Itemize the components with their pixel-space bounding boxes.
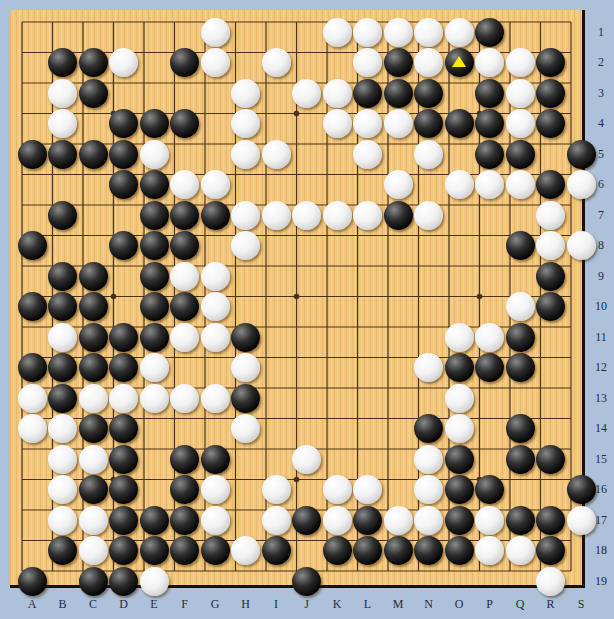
intersection-H13[interactable] [230, 383, 261, 414]
intersection-D4[interactable] [108, 108, 139, 139]
intersection-K2[interactable] [322, 47, 353, 78]
intersection-H2[interactable] [230, 47, 261, 78]
intersection-O5[interactable] [444, 139, 475, 170]
intersection-F1[interactable] [169, 17, 200, 48]
intersection-C2[interactable] [78, 47, 109, 78]
intersection-N15[interactable] [413, 444, 444, 475]
intersection-H14[interactable] [230, 413, 261, 444]
intersection-F7[interactable] [169, 200, 200, 231]
intersection-H11[interactable] [230, 322, 261, 353]
intersection-J4[interactable] [291, 108, 322, 139]
intersection-J11[interactable] [291, 322, 322, 353]
intersection-L14[interactable] [352, 413, 383, 444]
intersection-R11[interactable] [535, 322, 566, 353]
intersection-C6[interactable] [78, 169, 109, 200]
intersection-A15[interactable] [17, 444, 48, 475]
intersection-G17[interactable] [200, 505, 231, 536]
intersection-J13[interactable] [291, 383, 322, 414]
intersection-R3[interactable] [535, 78, 566, 109]
intersection-A5[interactable] [17, 139, 48, 170]
intersection-E3[interactable] [139, 78, 170, 109]
intersection-B3[interactable] [47, 78, 78, 109]
intersection-M3[interactable] [383, 78, 414, 109]
intersection-R14[interactable] [535, 413, 566, 444]
intersection-H4[interactable] [230, 108, 261, 139]
intersection-O6[interactable] [444, 169, 475, 200]
intersection-H18[interactable] [230, 535, 261, 566]
intersection-I12[interactable] [261, 352, 292, 383]
intersection-M12[interactable] [383, 352, 414, 383]
intersection-J2[interactable] [291, 47, 322, 78]
intersection-A7[interactable] [17, 200, 48, 231]
intersection-P2[interactable] [474, 47, 505, 78]
intersection-L16[interactable] [352, 474, 383, 505]
intersection-D1[interactable] [108, 17, 139, 48]
intersection-F18[interactable] [169, 535, 200, 566]
intersection-L6[interactable] [352, 169, 383, 200]
intersection-N16[interactable] [413, 474, 444, 505]
intersection-M10[interactable] [383, 291, 414, 322]
intersection-M15[interactable] [383, 444, 414, 475]
intersection-N3[interactable] [413, 78, 444, 109]
intersection-K8[interactable] [322, 230, 353, 261]
intersection-C12[interactable] [78, 352, 109, 383]
intersection-R1[interactable] [535, 17, 566, 48]
intersection-L13[interactable] [352, 383, 383, 414]
intersection-G7[interactable] [200, 200, 231, 231]
intersection-I18[interactable] [261, 535, 292, 566]
intersection-M9[interactable] [383, 261, 414, 292]
intersection-K12[interactable] [322, 352, 353, 383]
intersection-Q12[interactable] [505, 352, 536, 383]
intersection-F5[interactable] [169, 139, 200, 170]
intersection-M16[interactable] [383, 474, 414, 505]
intersection-L9[interactable] [352, 261, 383, 292]
intersection-D8[interactable] [108, 230, 139, 261]
intersection-B13[interactable] [47, 383, 78, 414]
intersection-A10[interactable] [17, 291, 48, 322]
intersection-L10[interactable] [352, 291, 383, 322]
intersection-R17[interactable] [535, 505, 566, 536]
intersection-F10[interactable] [169, 291, 200, 322]
intersection-R8[interactable] [535, 230, 566, 261]
intersection-E13[interactable] [139, 383, 170, 414]
intersection-L11[interactable] [352, 322, 383, 353]
intersection-H7[interactable] [230, 200, 261, 231]
intersection-G14[interactable] [200, 413, 231, 444]
intersection-P16[interactable] [474, 474, 505, 505]
intersection-R10[interactable] [535, 291, 566, 322]
intersection-P1[interactable] [474, 17, 505, 48]
intersection-R4[interactable] [535, 108, 566, 139]
intersection-B10[interactable] [47, 291, 78, 322]
intersection-G13[interactable] [200, 383, 231, 414]
intersection-P18[interactable] [474, 535, 505, 566]
intersection-N6[interactable] [413, 169, 444, 200]
intersection-J17[interactable] [291, 505, 322, 536]
intersection-Q3[interactable] [505, 78, 536, 109]
intersection-J7[interactable] [291, 200, 322, 231]
intersection-G5[interactable] [200, 139, 231, 170]
intersection-F4[interactable] [169, 108, 200, 139]
intersection-A12[interactable] [17, 352, 48, 383]
intersection-P3[interactable] [474, 78, 505, 109]
intersection-F11[interactable] [169, 322, 200, 353]
intersection-H12[interactable] [230, 352, 261, 383]
intersection-D13[interactable] [108, 383, 139, 414]
intersection-A14[interactable] [17, 413, 48, 444]
intersection-A18[interactable] [17, 535, 48, 566]
intersection-J3[interactable] [291, 78, 322, 109]
intersection-J14[interactable] [291, 413, 322, 444]
intersection-F13[interactable] [169, 383, 200, 414]
intersection-B1[interactable] [47, 17, 78, 48]
intersection-P7[interactable] [474, 200, 505, 231]
intersection-K18[interactable] [322, 535, 353, 566]
intersection-H9[interactable] [230, 261, 261, 292]
intersection-O10[interactable] [444, 291, 475, 322]
intersection-N17[interactable] [413, 505, 444, 536]
intersection-L1[interactable] [352, 17, 383, 48]
intersection-I5[interactable] [261, 139, 292, 170]
intersection-D11[interactable] [108, 322, 139, 353]
intersection-H5[interactable] [230, 139, 261, 170]
intersection-I13[interactable] [261, 383, 292, 414]
intersection-B8[interactable] [47, 230, 78, 261]
intersection-B18[interactable] [47, 535, 78, 566]
intersection-E11[interactable] [139, 322, 170, 353]
intersection-P11[interactable] [474, 322, 505, 353]
intersection-A6[interactable] [17, 169, 48, 200]
intersection-L2[interactable] [352, 47, 383, 78]
intersection-F9[interactable] [169, 261, 200, 292]
intersection-J9[interactable] [291, 261, 322, 292]
intersection-O12[interactable] [444, 352, 475, 383]
intersection-P14[interactable] [474, 413, 505, 444]
intersection-C18[interactable] [78, 535, 109, 566]
intersection-K14[interactable] [322, 413, 353, 444]
intersection-K17[interactable] [322, 505, 353, 536]
intersection-I16[interactable] [261, 474, 292, 505]
intersection-I11[interactable] [261, 322, 292, 353]
intersection-E9[interactable] [139, 261, 170, 292]
intersection-A3[interactable] [17, 78, 48, 109]
intersection-E6[interactable] [139, 169, 170, 200]
intersection-Q9[interactable] [505, 261, 536, 292]
intersection-Q17[interactable] [505, 505, 536, 536]
intersection-M14[interactable] [383, 413, 414, 444]
intersection-O16[interactable] [444, 474, 475, 505]
intersection-M18[interactable] [383, 535, 414, 566]
intersection-Q15[interactable] [505, 444, 536, 475]
intersection-R7[interactable] [535, 200, 566, 231]
intersection-Q6[interactable] [505, 169, 536, 200]
intersection-P6[interactable] [474, 169, 505, 200]
intersection-Q4[interactable] [505, 108, 536, 139]
intersection-H8[interactable] [230, 230, 261, 261]
intersection-D7[interactable] [108, 200, 139, 231]
intersection-Q8[interactable] [505, 230, 536, 261]
intersection-J5[interactable] [291, 139, 322, 170]
intersection-J1[interactable] [291, 17, 322, 48]
intersection-I14[interactable] [261, 413, 292, 444]
intersection-O3[interactable] [444, 78, 475, 109]
intersection-J8[interactable] [291, 230, 322, 261]
intersection-R16[interactable] [535, 474, 566, 505]
intersection-K7[interactable] [322, 200, 353, 231]
intersection-P17[interactable] [474, 505, 505, 536]
intersection-I10[interactable] [261, 291, 292, 322]
intersection-B7[interactable] [47, 200, 78, 231]
intersection-O11[interactable] [444, 322, 475, 353]
intersection-E2[interactable] [139, 47, 170, 78]
intersection-M2[interactable] [383, 47, 414, 78]
intersection-F14[interactable] [169, 413, 200, 444]
intersection-G8[interactable] [200, 230, 231, 261]
intersection-P10[interactable] [474, 291, 505, 322]
intersection-I8[interactable] [261, 230, 292, 261]
intersection-O13[interactable] [444, 383, 475, 414]
intersection-Q7[interactable] [505, 200, 536, 231]
intersection-J15[interactable] [291, 444, 322, 475]
intersection-E16[interactable] [139, 474, 170, 505]
intersection-N7[interactable] [413, 200, 444, 231]
intersection-C4[interactable] [78, 108, 109, 139]
intersection-E14[interactable] [139, 413, 170, 444]
intersection-J6[interactable] [291, 169, 322, 200]
intersection-O7[interactable] [444, 200, 475, 231]
intersection-D17[interactable] [108, 505, 139, 536]
intersection-R18[interactable] [535, 535, 566, 566]
intersection-Q14[interactable] [505, 413, 536, 444]
intersection-L8[interactable] [352, 230, 383, 261]
intersection-F2[interactable] [169, 47, 200, 78]
intersection-K9[interactable] [322, 261, 353, 292]
intersection-N8[interactable] [413, 230, 444, 261]
intersection-Q1[interactable] [505, 17, 536, 48]
intersection-L4[interactable] [352, 108, 383, 139]
intersection-C1[interactable] [78, 17, 109, 48]
intersection-B6[interactable] [47, 169, 78, 200]
intersection-C13[interactable] [78, 383, 109, 414]
intersection-E7[interactable] [139, 200, 170, 231]
intersection-E8[interactable] [139, 230, 170, 261]
intersection-G11[interactable] [200, 322, 231, 353]
intersection-C5[interactable] [78, 139, 109, 170]
intersection-O4[interactable] [444, 108, 475, 139]
intersection-R12[interactable] [535, 352, 566, 383]
intersection-O18[interactable] [444, 535, 475, 566]
intersection-I7[interactable] [261, 200, 292, 231]
intersection-R5[interactable] [535, 139, 566, 170]
intersection-Q13[interactable] [505, 383, 536, 414]
intersection-M1[interactable] [383, 17, 414, 48]
intersection-A1[interactable] [17, 17, 48, 48]
intersection-R13[interactable] [535, 383, 566, 414]
intersection-I6[interactable] [261, 169, 292, 200]
intersection-A9[interactable] [17, 261, 48, 292]
intersection-C3[interactable] [78, 78, 109, 109]
intersection-D18[interactable] [108, 535, 139, 566]
intersection-E18[interactable] [139, 535, 170, 566]
intersection-O8[interactable] [444, 230, 475, 261]
intersection-D2[interactable] [108, 47, 139, 78]
intersection-H3[interactable] [230, 78, 261, 109]
intersection-E12[interactable] [139, 352, 170, 383]
intersection-B17[interactable] [47, 505, 78, 536]
intersection-P13[interactable] [474, 383, 505, 414]
intersection-E10[interactable] [139, 291, 170, 322]
intersection-P9[interactable] [474, 261, 505, 292]
intersection-K6[interactable] [322, 169, 353, 200]
intersection-H10[interactable] [230, 291, 261, 322]
intersection-L17[interactable] [352, 505, 383, 536]
intersection-H17[interactable] [230, 505, 261, 536]
intersection-I9[interactable] [261, 261, 292, 292]
intersection-B4[interactable] [47, 108, 78, 139]
intersection-L5[interactable] [352, 139, 383, 170]
intersection-K15[interactable] [322, 444, 353, 475]
intersection-D15[interactable] [108, 444, 139, 475]
intersection-L7[interactable] [352, 200, 383, 231]
intersection-B9[interactable] [47, 261, 78, 292]
intersection-I17[interactable] [261, 505, 292, 536]
intersection-Q11[interactable] [505, 322, 536, 353]
intersection-E17[interactable] [139, 505, 170, 536]
intersection-O9[interactable] [444, 261, 475, 292]
intersection-H16[interactable] [230, 474, 261, 505]
intersection-P4[interactable] [474, 108, 505, 139]
intersection-D12[interactable] [108, 352, 139, 383]
intersection-Q18[interactable] [505, 535, 536, 566]
intersection-C8[interactable] [78, 230, 109, 261]
intersection-F8[interactable] [169, 230, 200, 261]
intersection-D5[interactable] [108, 139, 139, 170]
intersection-J16[interactable] [291, 474, 322, 505]
intersection-H1[interactable] [230, 17, 261, 48]
intersection-R6[interactable] [535, 169, 566, 200]
intersection-B15[interactable] [47, 444, 78, 475]
intersection-B14[interactable] [47, 413, 78, 444]
intersection-G2[interactable] [200, 47, 231, 78]
intersection-C7[interactable] [78, 200, 109, 231]
intersection-G18[interactable] [200, 535, 231, 566]
intersection-E15[interactable] [139, 444, 170, 475]
intersection-N18[interactable] [413, 535, 444, 566]
intersection-K1[interactable] [322, 17, 353, 48]
intersection-H6[interactable] [230, 169, 261, 200]
intersection-C11[interactable] [78, 322, 109, 353]
intersection-J10[interactable] [291, 291, 322, 322]
intersection-N12[interactable] [413, 352, 444, 383]
intersection-B2[interactable] [47, 47, 78, 78]
intersection-G3[interactable] [200, 78, 231, 109]
intersection-F17[interactable] [169, 505, 200, 536]
intersection-M17[interactable] [383, 505, 414, 536]
intersection-E5[interactable] [139, 139, 170, 170]
intersection-L12[interactable] [352, 352, 383, 383]
intersection-M5[interactable] [383, 139, 414, 170]
intersection-E1[interactable] [139, 17, 170, 48]
intersection-R15[interactable] [535, 444, 566, 475]
intersection-L15[interactable] [352, 444, 383, 475]
intersection-G15[interactable] [200, 444, 231, 475]
intersection-I2[interactable] [261, 47, 292, 78]
intersection-P5[interactable] [474, 139, 505, 170]
intersection-I4[interactable] [261, 108, 292, 139]
intersection-N14[interactable] [413, 413, 444, 444]
intersection-I3[interactable] [261, 78, 292, 109]
intersection-A11[interactable] [17, 322, 48, 353]
intersection-G12[interactable] [200, 352, 231, 383]
intersection-N1[interactable] [413, 17, 444, 48]
intersection-A4[interactable] [17, 108, 48, 139]
intersection-G10[interactable] [200, 291, 231, 322]
intersection-N2[interactable] [413, 47, 444, 78]
intersection-K16[interactable] [322, 474, 353, 505]
intersection-K5[interactable] [322, 139, 353, 170]
intersection-G6[interactable] [200, 169, 231, 200]
intersection-N5[interactable] [413, 139, 444, 170]
intersection-C15[interactable] [78, 444, 109, 475]
intersection-G16[interactable] [200, 474, 231, 505]
intersection-P15[interactable] [474, 444, 505, 475]
intersection-B5[interactable] [47, 139, 78, 170]
intersection-Q10[interactable] [505, 291, 536, 322]
intersection-B12[interactable] [47, 352, 78, 383]
intersection-Q2[interactable] [505, 47, 536, 78]
intersection-N9[interactable] [413, 261, 444, 292]
intersection-C16[interactable] [78, 474, 109, 505]
intersection-M8[interactable] [383, 230, 414, 261]
intersection-D6[interactable] [108, 169, 139, 200]
intersection-C14[interactable] [78, 413, 109, 444]
intersection-C17[interactable] [78, 505, 109, 536]
intersection-G1[interactable] [200, 17, 231, 48]
intersection-M6[interactable] [383, 169, 414, 200]
intersection-N11[interactable] [413, 322, 444, 353]
intersection-F3[interactable] [169, 78, 200, 109]
intersection-A16[interactable] [17, 474, 48, 505]
intersection-Q5[interactable] [505, 139, 536, 170]
intersection-N10[interactable] [413, 291, 444, 322]
intersection-C10[interactable] [78, 291, 109, 322]
intersection-J12[interactable] [291, 352, 322, 383]
intersection-D10[interactable] [108, 291, 139, 322]
intersection-O15[interactable] [444, 444, 475, 475]
intersection-R2[interactable] [535, 47, 566, 78]
intersection-O14[interactable] [444, 413, 475, 444]
intersection-L18[interactable] [352, 535, 383, 566]
intersection-F15[interactable] [169, 444, 200, 475]
intersection-N4[interactable] [413, 108, 444, 139]
intersection-G4[interactable] [200, 108, 231, 139]
intersection-P8[interactable] [474, 230, 505, 261]
intersection-N13[interactable] [413, 383, 444, 414]
intersection-D14[interactable] [108, 413, 139, 444]
intersection-K3[interactable] [322, 78, 353, 109]
intersection-A17[interactable] [17, 505, 48, 536]
intersection-F6[interactable] [169, 169, 200, 200]
intersection-B16[interactable] [47, 474, 78, 505]
intersection-F16[interactable] [169, 474, 200, 505]
intersection-P12[interactable] [474, 352, 505, 383]
intersection-D3[interactable] [108, 78, 139, 109]
intersection-J18[interactable] [291, 535, 322, 566]
intersection-K10[interactable] [322, 291, 353, 322]
intersection-L3[interactable] [352, 78, 383, 109]
intersection-I1[interactable] [261, 17, 292, 48]
